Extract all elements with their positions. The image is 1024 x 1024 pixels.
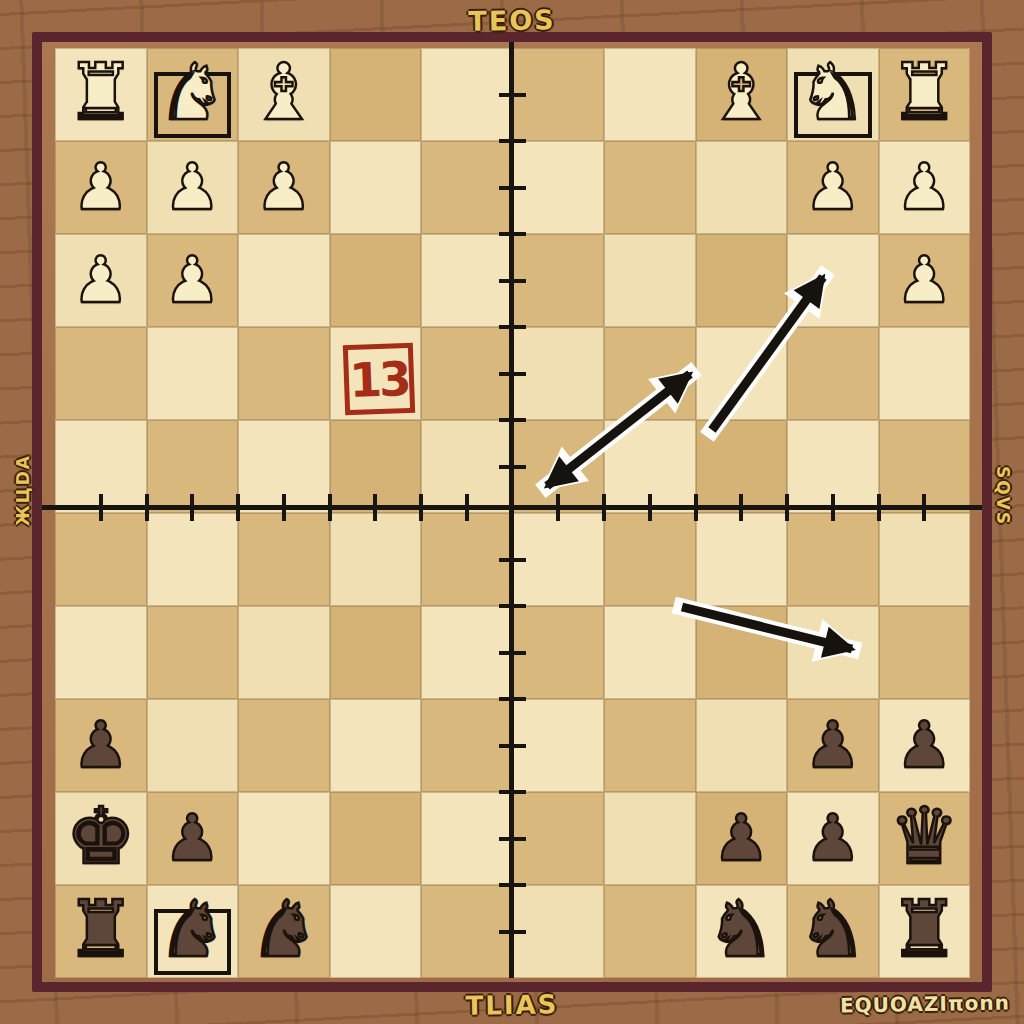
white-pawn: ♟: [255, 155, 312, 219]
square-r8c1[interactable]: ♟: [55, 699, 147, 792]
square-r10c6[interactable]: [513, 885, 605, 978]
square-r8c10[interactable]: ♟: [879, 699, 971, 792]
black-knight: ♞: [706, 890, 776, 968]
square-r4c1[interactable]: [55, 327, 147, 420]
square-r5c3[interactable]: [238, 420, 330, 513]
square-r10c7[interactable]: [604, 885, 696, 978]
square-r3c3[interactable]: [238, 234, 330, 327]
square-r7c7[interactable]: [604, 606, 696, 699]
frame-label-right: SQVS: [993, 441, 1013, 551]
white-knight: ♞: [798, 53, 868, 131]
black-pawn: ♟: [164, 806, 221, 870]
square-r7c10[interactable]: [879, 606, 971, 699]
square-r3c8[interactable]: [696, 234, 788, 327]
white-knight: ♞: [157, 53, 227, 131]
black-king: ♚: [66, 797, 136, 875]
square-r3c1[interactable]: ♟: [55, 234, 147, 327]
square-r1c9[interactable]: ♞: [787, 48, 879, 141]
square-r6c4[interactable]: [330, 513, 422, 606]
square-r6c5[interactable]: [421, 513, 513, 606]
square-r6c7[interactable]: [604, 513, 696, 606]
black-knight: ♞: [157, 890, 227, 968]
square-r10c10[interactable]: ♜: [879, 885, 971, 978]
square-r4c9[interactable]: [787, 327, 879, 420]
white-bishop: ♝: [249, 53, 319, 131]
square-r1c1[interactable]: ♜: [55, 48, 147, 141]
square-r4c3[interactable]: [238, 327, 330, 420]
square-r10c1[interactable]: ♜: [55, 885, 147, 978]
white-pawn: ♟: [164, 248, 221, 312]
square-r1c7[interactable]: [604, 48, 696, 141]
square-r6c3[interactable]: [238, 513, 330, 606]
square-r2c8[interactable]: [696, 141, 788, 234]
square-r7c3[interactable]: [238, 606, 330, 699]
square-r6c6[interactable]: [513, 513, 605, 606]
white-rook: ♜: [889, 53, 959, 131]
square-r4c2[interactable]: [147, 327, 239, 420]
square-r7c4[interactable]: [330, 606, 422, 699]
square-r5c6[interactable]: [513, 420, 605, 513]
square-r10c2[interactable]: ♞: [147, 885, 239, 978]
square-r3c2[interactable]: ♟: [147, 234, 239, 327]
square-r9c8[interactable]: ♟: [696, 792, 788, 885]
square-r3c9[interactable]: [787, 234, 879, 327]
square-r6c2[interactable]: [147, 513, 239, 606]
chess-diagram-scene: ♜♞♝♝♞♜♟♟♟♟♟♟♟♟♟♟♟♚♟♟♟♛♜♞♞♞♞♜ 13 TEOS TLI…: [0, 0, 1024, 1024]
square-r2c5[interactable]: [421, 141, 513, 234]
square-r9c5[interactable]: [421, 792, 513, 885]
square-r2c10[interactable]: ♟: [879, 141, 971, 234]
square-r9c1[interactable]: ♚: [55, 792, 147, 885]
square-r2c2[interactable]: ♟: [147, 141, 239, 234]
square-r6c8[interactable]: [696, 513, 788, 606]
square-r9c9[interactable]: ♟: [787, 792, 879, 885]
square-r5c9[interactable]: [787, 420, 879, 513]
square-r5c1[interactable]: [55, 420, 147, 513]
square-r9c10[interactable]: ♛: [879, 792, 971, 885]
square-r8c4[interactable]: [330, 699, 422, 792]
white-pawn: ♟: [164, 155, 221, 219]
black-rook: ♜: [889, 890, 959, 968]
black-pawn: ♟: [713, 806, 770, 870]
square-r1c3[interactable]: ♝: [238, 48, 330, 141]
square-r9c4[interactable]: [330, 792, 422, 885]
square-r10c9[interactable]: ♞: [787, 885, 879, 978]
white-pawn: ♟: [72, 248, 129, 312]
square-r6c10[interactable]: [879, 513, 971, 606]
square-r8c8[interactable]: [696, 699, 788, 792]
square-r5c8[interactable]: [696, 420, 788, 513]
white-pawn: ♟: [804, 155, 861, 219]
square-r4c5[interactable]: [421, 327, 513, 420]
square-r7c5[interactable]: [421, 606, 513, 699]
square-r2c3[interactable]: ♟: [238, 141, 330, 234]
square-r8c9[interactable]: ♟: [787, 699, 879, 792]
frame-label-bottom-right: EQUOAZIπonn: [840, 991, 1010, 1018]
square-r9c2[interactable]: ♟: [147, 792, 239, 885]
square-r6c1[interactable]: [55, 513, 147, 606]
square-r7c1[interactable]: [55, 606, 147, 699]
square-r5c5[interactable]: [421, 420, 513, 513]
square-r10c3[interactable]: ♞: [238, 885, 330, 978]
black-pawn: ♟: [804, 713, 861, 777]
frame-label-left: ЖЦDA: [13, 435, 33, 545]
square-r3c10[interactable]: ♟: [879, 234, 971, 327]
square-r1c4[interactable]: [330, 48, 422, 141]
square-r9c3[interactable]: [238, 792, 330, 885]
black-rook: ♜: [66, 890, 136, 968]
square-r2c6[interactable]: [513, 141, 605, 234]
square-r1c6[interactable]: [513, 48, 605, 141]
square-r9c6[interactable]: [513, 792, 605, 885]
white-pawn: ♟: [896, 155, 953, 219]
square-r5c2[interactable]: [147, 420, 239, 513]
square-r3c4[interactable]: [330, 234, 422, 327]
move-number-badge: 13: [343, 343, 415, 415]
square-r4c10[interactable]: [879, 327, 971, 420]
square-r7c2[interactable]: [147, 606, 239, 699]
black-knight: ♞: [798, 890, 868, 968]
black-pawn: ♟: [896, 713, 953, 777]
white-bishop: ♝: [706, 53, 776, 131]
square-r8c7[interactable]: [604, 699, 696, 792]
square-r8c6[interactable]: [513, 699, 605, 792]
square-r10c4[interactable]: [330, 885, 422, 978]
board: ♜♞♝♝♞♜♟♟♟♟♟♟♟♟♟♟♟♚♟♟♟♛♜♞♞♞♞♜: [55, 48, 970, 978]
square-r1c8[interactable]: ♝: [696, 48, 788, 141]
square-r1c2[interactable]: ♞: [147, 48, 239, 141]
white-pawn: ♟: [896, 248, 953, 312]
square-r7c9[interactable]: [787, 606, 879, 699]
black-pawn: ♟: [72, 713, 129, 777]
black-knight: ♞: [249, 890, 319, 968]
black-pawn: ♟: [804, 806, 861, 870]
square-r1c5[interactable]: [421, 48, 513, 141]
white-rook: ♜: [66, 53, 136, 131]
square-r2c9[interactable]: ♟: [787, 141, 879, 234]
square-r4c6[interactable]: [513, 327, 605, 420]
square-r8c5[interactable]: [421, 699, 513, 792]
square-r7c8[interactable]: [696, 606, 788, 699]
square-r8c2[interactable]: [147, 699, 239, 792]
square-r5c4[interactable]: [330, 420, 422, 513]
square-r3c5[interactable]: [421, 234, 513, 327]
square-r10c5[interactable]: [421, 885, 513, 978]
square-r1c10[interactable]: ♜: [879, 48, 971, 141]
white-pawn: ♟: [72, 155, 129, 219]
square-r2c4[interactable]: [330, 141, 422, 234]
square-r5c7[interactable]: [604, 420, 696, 513]
black-queen: ♛: [889, 797, 959, 875]
square-r10c8[interactable]: ♞: [696, 885, 788, 978]
square-r2c1[interactable]: ♟: [55, 141, 147, 234]
square-r9c7[interactable]: [604, 792, 696, 885]
square-r6c9[interactable]: [787, 513, 879, 606]
square-r8c3[interactable]: [238, 699, 330, 792]
square-r2c7[interactable]: [604, 141, 696, 234]
square-r7c6[interactable]: [513, 606, 605, 699]
square-r5c10[interactable]: [879, 420, 971, 513]
square-r3c6[interactable]: [513, 234, 605, 327]
square-r4c8[interactable]: [696, 327, 788, 420]
square-r3c7[interactable]: [604, 234, 696, 327]
square-r4c7[interactable]: [604, 327, 696, 420]
